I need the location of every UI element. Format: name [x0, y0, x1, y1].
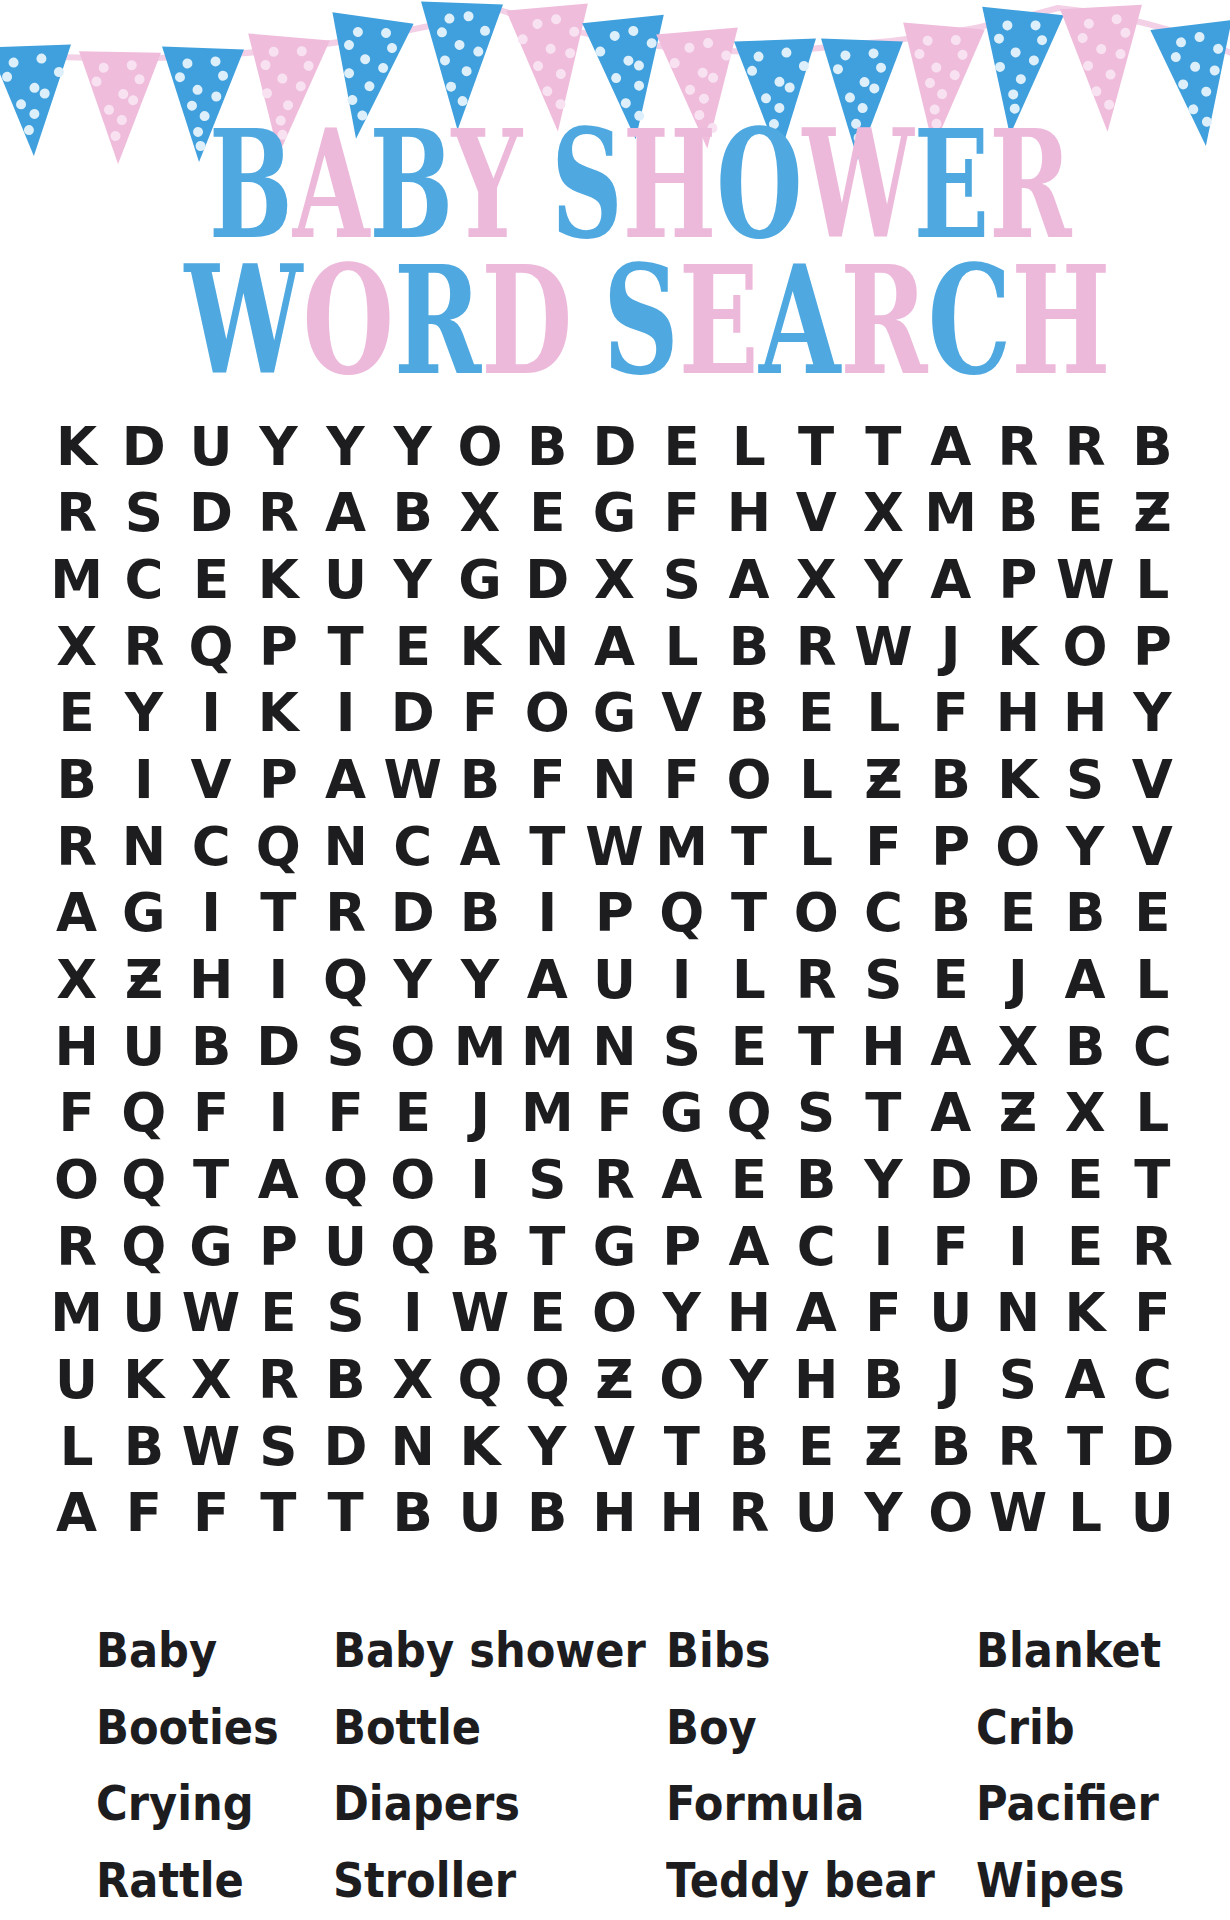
grid-cell: F: [110, 1479, 177, 1546]
grid-cell: B: [110, 1413, 177, 1480]
grid-cell: I: [514, 880, 581, 947]
word-list-item: Blanket: [976, 1612, 1161, 1689]
grid-cell: W: [177, 1413, 244, 1480]
grid-cell: L: [1052, 1479, 1119, 1546]
grid-cell: E: [514, 480, 581, 547]
pink-pennant-flag-icon: [1060, 5, 1148, 134]
grid-cell: A: [917, 1013, 984, 1080]
grid-cell: T: [1119, 1146, 1186, 1213]
grid-cell: Ƶ: [110, 946, 177, 1013]
grid-cell: Y: [379, 413, 446, 480]
grid-cell: O: [715, 746, 782, 813]
grid-cell: M: [446, 1013, 513, 1080]
grid-cell: E: [783, 680, 850, 747]
grid-cell: N: [984, 1279, 1051, 1346]
grid-cell: O: [648, 1346, 715, 1413]
grid-cell: S: [110, 480, 177, 547]
grid-cell: A: [648, 1146, 715, 1213]
grid-cell: A: [245, 1146, 312, 1213]
title-letter: S: [603, 232, 679, 408]
grid-cell: E: [648, 413, 715, 480]
grid-cell: M: [917, 480, 984, 547]
grid-cell: K: [446, 1413, 513, 1480]
grid-cell: A: [312, 480, 379, 547]
grid-cell: D: [581, 413, 648, 480]
word-list-item: Pacifier: [976, 1765, 1161, 1842]
grid-cell: H: [715, 480, 782, 547]
grid-cell: I: [379, 1279, 446, 1346]
grid-cell: I: [850, 1213, 917, 1280]
title-letter: W: [185, 232, 303, 408]
grid-cell: B: [1052, 1013, 1119, 1080]
grid-cell: G: [581, 680, 648, 747]
word-list: BabyBootiesCryingRattleBaby showerBottle…: [0, 1612, 1230, 1920]
grid-cell: F: [917, 1213, 984, 1280]
grid-cell: Y: [446, 946, 513, 1013]
grid-cell: K: [1052, 1279, 1119, 1346]
grid-cell: D: [110, 413, 177, 480]
grid-cell: B: [379, 480, 446, 547]
grid-cell: H: [177, 946, 244, 1013]
grid-cell: S: [648, 546, 715, 613]
word-list-column-3: BibsBoyFormulaTeddy bear: [666, 1612, 965, 1918]
grid-cell: R: [715, 1479, 782, 1546]
grid-cell: A: [783, 1279, 850, 1346]
grid-cell: T: [312, 613, 379, 680]
grid-cell: Y: [850, 1479, 917, 1546]
grid-cell: V: [581, 1413, 648, 1480]
grid-cell: X: [379, 1346, 446, 1413]
grid-cell: E: [1052, 1213, 1119, 1280]
grid-cell: Q: [379, 1213, 446, 1280]
grid-cell: F: [648, 746, 715, 813]
grid-cell: F: [177, 1079, 244, 1146]
grid-cell: H: [850, 1013, 917, 1080]
grid-cell: H: [648, 1479, 715, 1546]
grid-cell: Y: [312, 413, 379, 480]
grid-cell: D: [379, 680, 446, 747]
grid-cell: R: [783, 613, 850, 680]
grid-cell: E: [379, 1079, 446, 1146]
grid-cell: X: [177, 1346, 244, 1413]
grid-cell: B: [917, 880, 984, 947]
grid-cell: U: [43, 1346, 110, 1413]
grid-cell: N: [514, 613, 581, 680]
grid-cell: L: [715, 413, 782, 480]
word-list-column-1: BabyBootiesCryingRattle: [96, 1612, 299, 1918]
grid-cell: B: [446, 746, 513, 813]
grid-cell: Y: [514, 1413, 581, 1480]
grid-cell: T: [783, 1013, 850, 1080]
word-list-item: Crib: [976, 1689, 1161, 1766]
grid-cell: B: [917, 1413, 984, 1480]
grid-cell: B: [715, 1413, 782, 1480]
grid-cell: E: [379, 613, 446, 680]
grid-cell: F: [177, 1479, 244, 1546]
grid-cell: A: [917, 413, 984, 480]
grid-cell: N: [110, 813, 177, 880]
grid-cell: V: [648, 680, 715, 747]
grid-cell: U: [783, 1479, 850, 1546]
word-list-column-2: Baby showerBottleDiapersStroller: [333, 1612, 681, 1918]
grid-cell: J: [917, 1346, 984, 1413]
grid-cell: Q: [312, 1146, 379, 1213]
grid-cell: T: [1052, 1413, 1119, 1480]
grid-cell: T: [312, 1479, 379, 1546]
word-list-item: Booties: [96, 1689, 279, 1766]
grid-cell: B: [43, 746, 110, 813]
title-line-2: WORDSEARCH: [185, 252, 1046, 388]
grid-cell: O: [581, 1279, 648, 1346]
grid-cell: F: [648, 480, 715, 547]
grid-cell: E: [715, 1146, 782, 1213]
grid-cell: T: [245, 1479, 312, 1546]
grid-cell: G: [446, 546, 513, 613]
title-letter: R: [394, 232, 481, 408]
grid-cell: T: [648, 1413, 715, 1480]
grid-cell: U: [1119, 1479, 1186, 1546]
grid-cell: E: [43, 680, 110, 747]
grid-cell: S: [312, 1279, 379, 1346]
grid-cell: I: [648, 946, 715, 1013]
grid-cell: C: [1119, 1346, 1186, 1413]
grid-cell: V: [783, 480, 850, 547]
grid-cell: B: [514, 1479, 581, 1546]
grid-cell: Y: [715, 1346, 782, 1413]
grid-cell: O: [446, 413, 513, 480]
grid-cell: I: [984, 1213, 1051, 1280]
grid-cell: B: [312, 1346, 379, 1413]
grid-cell: Y: [379, 546, 446, 613]
grid-cell: D: [312, 1413, 379, 1480]
grid-cell: R: [43, 1213, 110, 1280]
grid-cell: K: [110, 1346, 177, 1413]
grid-cell: W: [984, 1479, 1051, 1546]
grid-cell: L: [783, 813, 850, 880]
grid-cell: Y: [110, 680, 177, 747]
grid-cell: I: [177, 880, 244, 947]
grid-cell: C: [177, 813, 244, 880]
grid-cell: S: [648, 1013, 715, 1080]
grid-cell: T: [514, 1213, 581, 1280]
grid-cell: I: [312, 680, 379, 747]
grid-cell: H: [581, 1479, 648, 1546]
grid-cell: B: [917, 746, 984, 813]
grid-cell: D: [379, 880, 446, 947]
grid-cell: N: [379, 1413, 446, 1480]
grid-cell: A: [43, 880, 110, 947]
grid-cell: R: [984, 1413, 1051, 1480]
title-letter: H: [1011, 232, 1110, 408]
grid-cell: U: [177, 413, 244, 480]
grid-cell: O: [514, 680, 581, 747]
grid-cell: H: [984, 680, 1051, 747]
grid-cell: H: [43, 1013, 110, 1080]
grid-cell: D: [177, 480, 244, 547]
grid-cell: M: [514, 1013, 581, 1080]
grid-cell: R: [581, 1146, 648, 1213]
grid-cell: Ƶ: [581, 1346, 648, 1413]
grid-cell: S: [984, 1346, 1051, 1413]
grid-cell: D: [1119, 1413, 1186, 1480]
grid-cell: H: [715, 1279, 782, 1346]
grid-cell: X: [783, 546, 850, 613]
grid-cell: S: [245, 1413, 312, 1480]
word-list-item: Wipes: [976, 1842, 1161, 1919]
grid-cell: T: [783, 413, 850, 480]
grid-cell: A: [312, 746, 379, 813]
grid-cell: Q: [110, 1146, 177, 1213]
grid-cell: X: [984, 1013, 1051, 1080]
word-list-item: Bottle: [333, 1689, 646, 1766]
grid-cell: P: [245, 746, 312, 813]
grid-cell: H: [783, 1346, 850, 1413]
grid-cell: L: [648, 613, 715, 680]
grid-cell: Q: [514, 1346, 581, 1413]
grid-cell: F: [43, 1079, 110, 1146]
grid-cell: D: [984, 1146, 1051, 1213]
grid-cell: X: [43, 946, 110, 1013]
grid-cell: U: [581, 946, 648, 1013]
word-list-item: Stroller: [333, 1842, 646, 1919]
grid-cell: X: [850, 480, 917, 547]
grid-cell: U: [110, 1279, 177, 1346]
grid-cell: A: [917, 546, 984, 613]
grid-cell: Q: [715, 1079, 782, 1146]
grid-cell: K: [984, 613, 1051, 680]
word-list-item: Baby shower: [333, 1612, 646, 1689]
grid-cell: U: [312, 546, 379, 613]
grid-cell: S: [514, 1146, 581, 1213]
grid-cell: L: [783, 746, 850, 813]
title-letter: E: [679, 232, 759, 408]
grid-cell: R: [245, 480, 312, 547]
title-letter: R: [840, 232, 927, 408]
grid-cell: I: [245, 946, 312, 1013]
word-list-item: Baby: [96, 1612, 279, 1689]
grid-cell: B: [1052, 880, 1119, 947]
grid-cell: C: [110, 546, 177, 613]
grid-cell: L: [715, 946, 782, 1013]
grid-cell: J: [984, 946, 1051, 1013]
grid-cell: C: [783, 1213, 850, 1280]
grid-cell: E: [715, 1013, 782, 1080]
grid-cell: Ƶ: [850, 1413, 917, 1480]
word-list-column-4: BlanketCribPacifierWipes: [976, 1612, 1182, 1918]
grid-cell: X: [43, 613, 110, 680]
grid-cell: V: [177, 746, 244, 813]
grid-cell: R: [1052, 413, 1119, 480]
grid-cell: O: [379, 1013, 446, 1080]
grid-cell: I: [110, 746, 177, 813]
grid-cell: Q: [177, 613, 244, 680]
grid-cell: B: [177, 1013, 244, 1080]
grid-cell: H: [1052, 680, 1119, 747]
grid-cell: B: [1119, 413, 1186, 480]
grid-cell: Y: [245, 413, 312, 480]
grid-cell: A: [1052, 1346, 1119, 1413]
grid-cell: E: [783, 1413, 850, 1480]
grid-cell: E: [177, 546, 244, 613]
grid-cell: T: [850, 413, 917, 480]
grid-cell: E: [1052, 480, 1119, 547]
grid-cell: Q: [648, 880, 715, 947]
grid-cell: Ƶ: [850, 746, 917, 813]
grid-cell: U: [446, 1479, 513, 1546]
grid-cell: Q: [312, 946, 379, 1013]
grid-cell: U: [312, 1213, 379, 1280]
grid-cell: Y: [379, 946, 446, 1013]
grid-cell: Q: [245, 813, 312, 880]
grid-cell: B: [715, 680, 782, 747]
grid-cell: F: [446, 680, 513, 747]
grid-cell: Q: [446, 1346, 513, 1413]
grid-cell: M: [43, 546, 110, 613]
grid-cell: E: [245, 1279, 312, 1346]
grid-cell: O: [379, 1146, 446, 1213]
grid-cell: A: [1052, 946, 1119, 1013]
grid-cell: Y: [1119, 680, 1186, 747]
grid-cell: K: [245, 680, 312, 747]
grid-cell: N: [581, 746, 648, 813]
word-list-item: Teddy bear: [666, 1842, 935, 1919]
grid-cell: F: [850, 813, 917, 880]
grid-cell: A: [581, 613, 648, 680]
grid-cell: W: [446, 1279, 513, 1346]
grid-cell: F: [514, 746, 581, 813]
grid-cell: R: [43, 480, 110, 547]
grid-cell: P: [581, 880, 648, 947]
grid-cell: Y: [850, 1146, 917, 1213]
grid-cell: F: [850, 1279, 917, 1346]
grid-cell: R: [984, 413, 1051, 480]
grid-cell: W: [1052, 546, 1119, 613]
grid-cell: F: [312, 1079, 379, 1146]
grid-cell: A: [715, 546, 782, 613]
grid-cell: I: [446, 1146, 513, 1213]
grid-cell: A: [514, 946, 581, 1013]
grid-cell: I: [177, 680, 244, 747]
grid-cell: D: [917, 1146, 984, 1213]
word-list-item: Rattle: [96, 1842, 279, 1919]
grid-cell: P: [917, 813, 984, 880]
grid-cell: A: [446, 813, 513, 880]
grid-cell: A: [715, 1213, 782, 1280]
grid-cell: B: [783, 1146, 850, 1213]
puzzle-title: BABYSHOWERWORDSEARCH: [0, 116, 1230, 388]
grid-cell: Q: [110, 1079, 177, 1146]
grid-cell: B: [446, 1213, 513, 1280]
grid-cell: W: [379, 746, 446, 813]
grid-cell: P: [648, 1213, 715, 1280]
title-letter: A: [759, 232, 840, 408]
grid-cell: F: [1119, 1279, 1186, 1346]
grid-cell: G: [581, 480, 648, 547]
grid-cell: X: [446, 480, 513, 547]
grid-cell: U: [917, 1279, 984, 1346]
grid-cell: V: [1119, 813, 1186, 880]
grid-cell: O: [1052, 613, 1119, 680]
title-letter: O: [302, 232, 393, 408]
grid-cell: B: [379, 1479, 446, 1546]
grid-cell: O: [984, 813, 1051, 880]
grid-cell: M: [43, 1279, 110, 1346]
grid-cell: C: [1119, 1013, 1186, 1080]
grid-cell: A: [43, 1479, 110, 1546]
grid-cell: D: [245, 1013, 312, 1080]
word-list-item: Crying: [96, 1765, 279, 1842]
grid-cell: W: [850, 613, 917, 680]
grid-cell: P: [1119, 613, 1186, 680]
grid-cell: C: [379, 813, 446, 880]
word-search-grid: KDUYYYOBDELTTARRBRSDRABXEGFHVXMBEƵMCEKUY…: [43, 413, 1186, 1546]
grid-cell: P: [245, 613, 312, 680]
grid-cell: P: [245, 1213, 312, 1280]
grid-cell: J: [446, 1079, 513, 1146]
grid-cell: E: [917, 946, 984, 1013]
grid-cell: R: [245, 1346, 312, 1413]
title-letter: D: [481, 232, 572, 408]
grid-cell: Y: [648, 1279, 715, 1346]
grid-cell: B: [850, 1346, 917, 1413]
word-list-item: Formula: [666, 1765, 935, 1842]
grid-cell: F: [917, 680, 984, 747]
grid-cell: L: [1119, 946, 1186, 1013]
grid-cell: N: [581, 1013, 648, 1080]
grid-cell: C: [850, 880, 917, 947]
grid-cell: O: [43, 1146, 110, 1213]
grid-cell: B: [715, 613, 782, 680]
grid-cell: V: [1119, 746, 1186, 813]
grid-cell: B: [446, 880, 513, 947]
grid-cell: I: [245, 1079, 312, 1146]
grid-cell: R: [312, 880, 379, 947]
grid-cell: G: [110, 880, 177, 947]
grid-cell: R: [110, 613, 177, 680]
grid-cell: S: [1052, 746, 1119, 813]
grid-cell: S: [312, 1013, 379, 1080]
grid-cell: U: [110, 1013, 177, 1080]
grid-cell: D: [514, 546, 581, 613]
grid-cell: K: [43, 413, 110, 480]
grid-cell: Ƶ: [1119, 480, 1186, 547]
grid-cell: Y: [1052, 813, 1119, 880]
grid-cell: E: [984, 880, 1051, 947]
word-list-item: Bibs: [666, 1612, 935, 1689]
grid-cell: Y: [850, 546, 917, 613]
grid-cell: G: [648, 1079, 715, 1146]
grid-cell: L: [43, 1413, 110, 1480]
grid-cell: T: [177, 1146, 244, 1213]
grid-cell: K: [446, 613, 513, 680]
grid-cell: L: [850, 680, 917, 747]
grid-cell: J: [917, 613, 984, 680]
grid-cell: T: [715, 880, 782, 947]
grid-cell: Q: [110, 1213, 177, 1280]
grid-cell: E: [1052, 1146, 1119, 1213]
grid-cell: R: [1119, 1213, 1186, 1280]
grid-cell: T: [715, 813, 782, 880]
grid-cell: S: [850, 946, 917, 1013]
word-list-item: Boy: [666, 1689, 935, 1766]
grid-cell: N: [312, 813, 379, 880]
grid-cell: O: [917, 1479, 984, 1546]
grid-cell: T: [245, 880, 312, 947]
grid-cell: L: [1119, 546, 1186, 613]
grid-cell: T: [514, 813, 581, 880]
title-letter: C: [928, 232, 1012, 408]
grid-cell: M: [514, 1079, 581, 1146]
